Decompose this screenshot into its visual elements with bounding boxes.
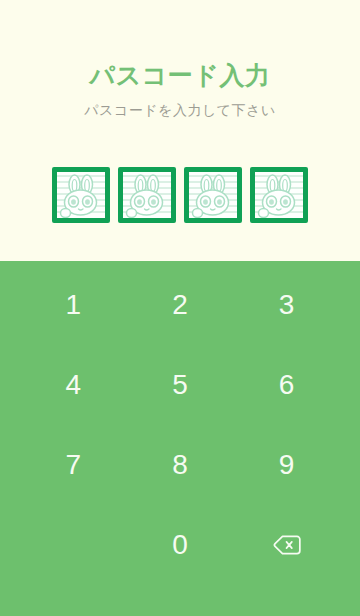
key-8[interactable]: 8 [127,425,234,505]
page-title: パスコード入力 [0,61,360,89]
key-2[interactable]: 2 [127,265,234,345]
passcode-boxes [0,167,360,223]
key-6[interactable]: 6 [233,345,340,425]
key-0[interactable]: 0 [127,505,234,585]
rabbit-icon [189,172,237,218]
page-subtitle: パスコードを入力して下さい [0,102,360,118]
passcode-box-4 [250,167,308,223]
rabbit-icon [255,172,303,218]
rabbit-icon [123,172,171,218]
key-empty [20,505,127,585]
passcode-box-3 [184,167,242,223]
backspace-icon [272,535,301,555]
key-9[interactable]: 9 [233,425,340,505]
numeric-keypad: 1 2 3 4 5 6 7 8 9 0 [0,261,360,616]
passcode-box-2 [118,167,176,223]
rabbit-icon [57,172,105,218]
key-7[interactable]: 7 [20,425,127,505]
key-1[interactable]: 1 [20,265,127,345]
key-5[interactable]: 5 [127,345,234,425]
key-3[interactable]: 3 [233,265,340,345]
key-backspace[interactable] [233,505,340,585]
passcode-box-1 [52,167,110,223]
key-4[interactable]: 4 [20,345,127,425]
passcode-screen: パスコード入力 パスコードを入力して下さい 1 2 3 4 5 6 7 8 9 … [0,0,360,616]
